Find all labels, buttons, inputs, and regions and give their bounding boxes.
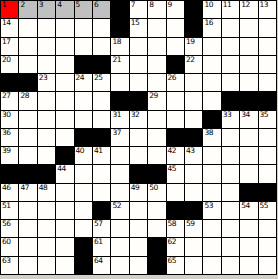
cell-r6c9[interactable]: 29: [148, 92, 165, 109]
black-square-r9c4: [56, 147, 73, 164]
clue-number: 11: [223, 0, 232, 9]
cell-r11c9[interactable]: 50: [148, 184, 165, 201]
cell-r13c14[interactable]: [240, 220, 257, 237]
cell-r14c3[interactable]: [38, 238, 55, 255]
cell-r1c15[interactable]: 13: [259, 1, 276, 18]
black-square-r10c1: [1, 165, 18, 182]
cell-r10c5[interactable]: [75, 165, 92, 182]
black-square-r12c6: [93, 202, 110, 219]
clue-number: 32: [131, 110, 140, 119]
cell-r14c10[interactable]: 62: [167, 238, 184, 255]
cell-r1c3[interactable]: 3: [38, 1, 55, 18]
cell-r5c9[interactable]: [148, 74, 165, 91]
black-square-r8c6: [93, 129, 110, 146]
black-square-r5c1: [1, 74, 18, 91]
black-square-r8c10: [167, 129, 184, 146]
cell-r3c5[interactable]: [75, 38, 92, 55]
cell-r13c15[interactable]: [259, 220, 276, 237]
clue-number: 17: [2, 37, 11, 46]
clue-number: 13: [260, 0, 269, 9]
cell-r13c12[interactable]: [203, 220, 220, 237]
clue-number: 28: [20, 91, 29, 100]
clue-number: 5: [76, 0, 80, 9]
cell-r8c14[interactable]: [240, 129, 257, 146]
cell-r9c3[interactable]: [38, 147, 55, 164]
cell-r3c2[interactable]: [19, 38, 36, 55]
cell-r3c1[interactable]: 17: [1, 38, 18, 55]
cell-r10c4[interactable]: 44: [56, 165, 73, 182]
cell-r15c12[interactable]: [203, 257, 220, 274]
cell-r4c15[interactable]: [259, 56, 276, 73]
cell-r11c10[interactable]: [167, 184, 184, 201]
cell-r1c5[interactable]: 5: [75, 1, 92, 18]
clue-number: 1: [2, 0, 6, 9]
clue-number: 54: [241, 201, 250, 210]
cell-r4c8[interactable]: [130, 56, 147, 73]
clue-number: 34: [241, 110, 250, 119]
cell-r8c2[interactable]: [19, 129, 36, 146]
black-square-r6c7: [111, 92, 128, 109]
clue-number: 44: [57, 164, 66, 173]
cell-r9c2[interactable]: [19, 147, 36, 164]
cell-r12c12[interactable]: 53: [203, 202, 220, 219]
clue-number: 42: [168, 146, 177, 155]
clue-number: 56: [2, 219, 11, 228]
cell-r7c15[interactable]: 35: [259, 111, 276, 128]
black-square-r11c14: [240, 184, 257, 201]
cell-r10c7[interactable]: [111, 165, 128, 182]
cell-r12c8[interactable]: [130, 202, 147, 219]
cell-r6c5[interactable]: [75, 92, 92, 109]
cell-r1c1[interactable]: 1: [1, 1, 18, 18]
cell-r15c1[interactable]: 63: [1, 257, 18, 274]
black-square-r12c10: [167, 202, 184, 219]
cell-r9c8[interactable]: [130, 147, 147, 164]
cell-r8c12[interactable]: 38: [203, 129, 220, 146]
black-square-r8c11: [185, 129, 202, 146]
clue-number: 9: [168, 0, 172, 9]
cell-r6c10[interactable]: [167, 92, 184, 109]
clue-number: 27: [2, 91, 11, 100]
clue-number: 20: [2, 55, 11, 64]
cell-r13c2[interactable]: [19, 220, 36, 237]
clue-number: 16: [204, 18, 213, 27]
cell-r5c10[interactable]: 26: [167, 74, 184, 91]
clue-number: 48: [39, 183, 48, 192]
cell-r12c7[interactable]: 52: [111, 202, 128, 219]
cell-r5c5[interactable]: 24: [75, 74, 92, 91]
cell-r10c11[interactable]: [185, 165, 202, 182]
cell-r5c8[interactable]: [130, 74, 147, 91]
black-square-r6c15: [259, 92, 276, 109]
cell-r8c3[interactable]: [38, 129, 55, 146]
cell-r5c3[interactable]: 23: [38, 74, 55, 91]
cell-r4c12[interactable]: [203, 56, 220, 73]
cell-r2c10[interactable]: [167, 19, 184, 36]
black-square-r15c9: [148, 257, 165, 274]
cell-r1c13[interactable]: 11: [222, 1, 239, 18]
cell-r5c6[interactable]: 25: [93, 74, 110, 91]
clue-number: 7: [131, 0, 135, 9]
cell-r12c4[interactable]: [56, 202, 73, 219]
clue-number: 60: [2, 237, 11, 246]
clue-number: 65: [168, 256, 177, 265]
cell-r15c15[interactable]: [259, 257, 276, 274]
clue-number: 52: [112, 201, 121, 210]
cell-r13c10[interactable]: 58: [167, 220, 184, 237]
clue-number: 4: [57, 0, 61, 9]
cell-r4c14[interactable]: [240, 56, 257, 73]
cell-r13c7[interactable]: [111, 220, 128, 237]
cell-r5c7[interactable]: [111, 74, 128, 91]
clue-number: 22: [186, 55, 195, 64]
black-square-r12c11: [185, 202, 202, 219]
cell-r15c13[interactable]: [222, 257, 239, 274]
cell-r7c4[interactable]: [56, 111, 73, 128]
cell-r3c12[interactable]: [203, 38, 220, 55]
cell-r7c14[interactable]: 34: [240, 111, 257, 128]
cell-r9c14[interactable]: [240, 147, 257, 164]
clue-number: 39: [2, 146, 11, 155]
cell-r13c1[interactable]: 56: [1, 220, 18, 237]
cell-r10c6[interactable]: [93, 165, 110, 182]
black-square-r14c5: [75, 238, 92, 255]
cell-r12c3[interactable]: [38, 202, 55, 219]
clue-number: 6: [94, 0, 98, 9]
cell-r12c1[interactable]: 51: [1, 202, 18, 219]
cell-r15c4[interactable]: [56, 257, 73, 274]
cell-r9c5[interactable]: 40: [75, 147, 92, 164]
cell-r15c14[interactable]: [240, 257, 257, 274]
cell-r3c10[interactable]: [167, 38, 184, 55]
clue-number: 58: [168, 219, 177, 228]
cell-r10c10[interactable]: 45: [167, 165, 184, 182]
clue-number: 41: [94, 146, 103, 155]
cell-r8c15[interactable]: [259, 129, 276, 146]
cell-r3c13[interactable]: [222, 38, 239, 55]
clue-number: 45: [168, 164, 177, 173]
cell-r2c12[interactable]: 16: [203, 19, 220, 36]
cell-r7c8[interactable]: 32: [130, 111, 147, 128]
cell-r8c9[interactable]: [148, 129, 165, 146]
cell-r4c7[interactable]: 21: [111, 56, 128, 73]
cell-r14c14[interactable]: [240, 238, 257, 255]
cell-r2c14[interactable]: [240, 19, 257, 36]
crossword-grid: 1234567891011121314151617181920212223242…: [0, 0, 277, 275]
clue-number: 46: [2, 183, 11, 192]
clue-number: 64: [94, 256, 103, 265]
cell-r14c6[interactable]: 61: [93, 238, 110, 255]
cell-r14c4[interactable]: [56, 238, 73, 255]
cell-r2c13[interactable]: [222, 19, 239, 36]
cell-r3c3[interactable]: [38, 38, 55, 55]
cell-r9c6[interactable]: 41: [93, 147, 110, 164]
cell-r8c4[interactable]: [56, 129, 73, 146]
cell-r6c4[interactable]: [56, 92, 73, 109]
clue-number: 8: [149, 0, 153, 9]
cell-r1c10[interactable]: 9: [167, 1, 184, 18]
cell-r11c1[interactable]: 46: [1, 184, 18, 201]
cell-r4c3[interactable]: [38, 56, 55, 73]
black-square-r4c10: [167, 56, 184, 73]
clue-number: 24: [76, 73, 85, 82]
cell-r8c1[interactable]: 36: [1, 129, 18, 146]
cell-r3c6[interactable]: [93, 38, 110, 55]
cell-r9c9[interactable]: [148, 147, 165, 164]
cell-r8c7[interactable]: 37: [111, 129, 128, 146]
cell-r9c15[interactable]: [259, 147, 276, 164]
cell-r11c8[interactable]: 49: [130, 184, 147, 201]
clue-number: 15: [131, 18, 140, 27]
black-square-r1c11: [185, 1, 202, 18]
clue-number: 38: [204, 128, 213, 137]
cell-r11c11[interactable]: [185, 184, 202, 201]
clue-number: 49: [131, 183, 140, 192]
cell-r1c8[interactable]: 7: [130, 1, 147, 18]
cell-r15c10[interactable]: 65: [167, 257, 184, 274]
cell-r4c9[interactable]: [148, 56, 165, 73]
cell-r13c6[interactable]: 57: [93, 220, 110, 237]
cell-r5c13[interactable]: [222, 74, 239, 91]
cell-r5c12[interactable]: [203, 74, 220, 91]
cell-r7c11[interactable]: [185, 111, 202, 128]
cell-r7c6[interactable]: [93, 111, 110, 128]
cell-r7c13[interactable]: 33: [222, 111, 239, 128]
black-square-r7c12: [203, 111, 220, 128]
cell-r6c11[interactable]: [185, 92, 202, 109]
cell-r6c2[interactable]: 28: [19, 92, 36, 109]
black-square-r14c9: [148, 238, 165, 255]
black-square-r10c8: [130, 165, 147, 182]
cell-r5c11[interactable]: [185, 74, 202, 91]
cell-r15c2[interactable]: [19, 257, 36, 274]
cell-r14c1[interactable]: 60: [1, 238, 18, 255]
cell-r9c11[interactable]: 43: [185, 147, 202, 164]
cell-r12c5[interactable]: [75, 202, 92, 219]
clue-number: 30: [2, 110, 11, 119]
clue-number: 43: [186, 146, 195, 155]
black-square-r8c5: [75, 129, 92, 146]
black-square-r6c13: [222, 92, 239, 109]
cell-r9c10[interactable]: 42: [167, 147, 184, 164]
cell-r9c7[interactable]: [111, 147, 128, 164]
cell-r2c15[interactable]: [259, 19, 276, 36]
clue-number: 37: [112, 128, 121, 137]
cell-r7c10[interactable]: [167, 111, 184, 128]
cell-r5c14[interactable]: [240, 74, 257, 91]
cell-r10c13[interactable]: [222, 165, 239, 182]
cell-r5c4[interactable]: [56, 74, 73, 91]
black-square-r6c8: [130, 92, 147, 109]
clue-number: 10: [204, 0, 213, 9]
black-square-r6c14: [240, 92, 257, 109]
cell-r3c9[interactable]: [148, 38, 165, 55]
cell-r8c8[interactable]: [130, 129, 147, 146]
cell-r3c15[interactable]: [259, 38, 276, 55]
clue-number: 57: [94, 219, 103, 228]
black-square-r15c5: [75, 257, 92, 274]
cell-r14c2[interactable]: [19, 238, 36, 255]
cell-r13c5[interactable]: [75, 220, 92, 237]
clue-number: 35: [260, 110, 269, 119]
cell-r9c13[interactable]: [222, 147, 239, 164]
black-square-r4c5: [75, 56, 92, 73]
clue-number: 61: [94, 237, 103, 246]
cell-r11c13[interactable]: [222, 184, 239, 201]
cell-r6c3[interactable]: [38, 92, 55, 109]
cell-r7c3[interactable]: [38, 111, 55, 128]
black-square-r2c7: [111, 19, 128, 36]
cell-r9c12[interactable]: [203, 147, 220, 164]
cell-r14c15[interactable]: [259, 238, 276, 255]
cell-r2c4[interactable]: [56, 19, 73, 36]
cell-r1c2[interactable]: 2: [19, 1, 36, 18]
clue-number: 18: [112, 37, 121, 46]
cell-r11c3[interactable]: 48: [38, 184, 55, 201]
cell-r3c8[interactable]: [130, 38, 147, 55]
clue-number: 19: [186, 37, 195, 46]
cell-r14c7[interactable]: [111, 238, 128, 255]
clue-number: 23: [39, 73, 48, 82]
cell-r2c2[interactable]: [19, 19, 36, 36]
cell-r12c2[interactable]: [19, 202, 36, 219]
cell-r11c6[interactable]: [93, 184, 110, 201]
cell-r3c14[interactable]: [240, 38, 257, 55]
cell-r15c8[interactable]: [130, 257, 147, 274]
cell-r15c11[interactable]: [185, 257, 202, 274]
cell-r7c1[interactable]: 30: [1, 111, 18, 128]
cell-r2c1[interactable]: 14: [1, 19, 18, 36]
cell-r13c13[interactable]: [222, 220, 239, 237]
cell-r15c6[interactable]: 64: [93, 257, 110, 274]
cell-r10c12[interactable]: [203, 165, 220, 182]
cell-r2c5[interactable]: [75, 19, 92, 36]
black-square-r11c15: [259, 184, 276, 201]
cell-r7c5[interactable]: [75, 111, 92, 128]
cell-r13c3[interactable]: [38, 220, 55, 237]
clue-number: 25: [94, 73, 103, 82]
clue-number: 63: [2, 256, 11, 265]
clue-number: 14: [2, 18, 11, 27]
cell-r6c12[interactable]: [203, 92, 220, 109]
clue-number: 21: [112, 55, 121, 64]
black-square-r4c6: [93, 56, 110, 73]
cell-r11c12[interactable]: [203, 184, 220, 201]
clue-number: 50: [149, 183, 158, 192]
cell-r1c12[interactable]: 10: [203, 1, 220, 18]
clue-number: 2: [20, 0, 24, 9]
clue-number: 12: [241, 0, 250, 9]
cell-r3c7[interactable]: 18: [111, 38, 128, 55]
black-square-r1c7: [111, 1, 128, 18]
black-square-r5c2: [19, 74, 36, 91]
cell-r10c15[interactable]: [259, 165, 276, 182]
cell-r2c3[interactable]: [38, 19, 55, 36]
cell-r9c1[interactable]: 39: [1, 147, 18, 164]
cell-r5c15[interactable]: [259, 74, 276, 91]
cell-r1c9[interactable]: 8: [148, 1, 165, 18]
cell-r13c8[interactable]: [130, 220, 147, 237]
cell-r13c9[interactable]: [148, 220, 165, 237]
clue-number: 62: [168, 237, 177, 246]
clue-number: 36: [2, 128, 11, 137]
black-square-r10c3: [38, 165, 55, 182]
cell-r10c14[interactable]: [240, 165, 257, 182]
cell-r11c5[interactable]: [75, 184, 92, 201]
cell-r6c1[interactable]: 27: [1, 92, 18, 109]
cell-r4c2[interactable]: [19, 56, 36, 73]
cell-r2c9[interactable]: [148, 19, 165, 36]
cell-r15c7[interactable]: [111, 257, 128, 274]
cell-r14c8[interactable]: [130, 238, 147, 255]
cell-r11c4[interactable]: [56, 184, 73, 201]
cell-r4c13[interactable]: [222, 56, 239, 73]
cell-r4c11[interactable]: 22: [185, 56, 202, 73]
clue-number: 51: [2, 201, 11, 210]
cell-r11c7[interactable]: [111, 184, 128, 201]
cell-r6c6[interactable]: [93, 92, 110, 109]
cell-r4c4[interactable]: [56, 56, 73, 73]
clue-number: 47: [20, 183, 29, 192]
cell-r4c1[interactable]: 20: [1, 56, 18, 73]
clue-number: 3: [39, 0, 43, 9]
clue-number: 33: [223, 110, 232, 119]
clue-number: 40: [76, 146, 85, 155]
black-square-r10c9: [148, 165, 165, 182]
cell-r7c7[interactable]: 31: [111, 111, 128, 128]
clue-number: 29: [149, 91, 158, 100]
clue-number: 53: [204, 201, 213, 210]
cell-r12c15[interactable]: 55: [259, 202, 276, 219]
cell-r1c6[interactable]: 6: [93, 1, 110, 18]
black-square-r2c11: [185, 19, 202, 36]
cell-r14c13[interactable]: [222, 238, 239, 255]
cell-r14c12[interactable]: [203, 238, 220, 255]
clue-number: 59: [186, 219, 195, 228]
black-square-r10c2: [19, 165, 36, 182]
cell-r12c9[interactable]: [148, 202, 165, 219]
clue-number: 31: [112, 110, 121, 119]
cell-r2c8[interactable]: 15: [130, 19, 147, 36]
cell-r7c2[interactable]: [19, 111, 36, 128]
cell-r3c4[interactable]: [56, 38, 73, 55]
cell-r1c14[interactable]: 12: [240, 1, 257, 18]
cell-r13c4[interactable]: [56, 220, 73, 237]
cell-r2c6[interactable]: [93, 19, 110, 36]
cell-r11c2[interactable]: 47: [19, 184, 36, 201]
cell-r1c4[interactable]: 4: [56, 1, 73, 18]
cell-r7c9[interactable]: [148, 111, 165, 128]
cell-r13c11[interactable]: 59: [185, 220, 202, 237]
cell-r12c13[interactable]: [222, 202, 239, 219]
cell-r14c11[interactable]: [185, 238, 202, 255]
clue-number: 55: [260, 201, 269, 210]
cell-r12c14[interactable]: 54: [240, 202, 257, 219]
clue-number: 26: [168, 73, 177, 82]
cell-r3c11[interactable]: 19: [185, 38, 202, 55]
cell-r15c3[interactable]: [38, 257, 55, 274]
cell-r8c13[interactable]: [222, 129, 239, 146]
